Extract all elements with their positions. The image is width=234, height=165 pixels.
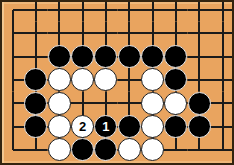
black-stone: 1 — [94, 115, 117, 138]
intersection-1-4[interactable] — [24, 92, 47, 115]
intersection-2-5[interactable] — [48, 115, 71, 138]
intersection-3-1[interactable] — [71, 22, 94, 45]
intersection-1-5[interactable] — [24, 115, 47, 138]
intersection-6-1[interactable] — [141, 22, 164, 45]
intersection-8-0[interactable] — [188, 0, 211, 22]
intersection-9-0[interactable] — [211, 0, 234, 22]
black-stone — [164, 115, 187, 138]
intersection-3-0[interactable] — [71, 0, 94, 22]
black-stone — [141, 45, 164, 68]
intersection-4-2[interactable] — [94, 45, 117, 68]
black-stone — [24, 68, 47, 91]
white-stone — [164, 92, 187, 115]
black-stone — [24, 115, 47, 138]
intersection-0-4[interactable] — [1, 92, 24, 115]
intersection-4-6[interactable] — [94, 138, 117, 161]
intersection-1-0[interactable] — [24, 0, 47, 22]
intersection-7-3[interactable] — [164, 68, 187, 91]
intersection-2-3[interactable] — [48, 68, 71, 91]
white-stone — [48, 68, 71, 91]
intersection-9-2[interactable] — [211, 45, 234, 68]
intersection-5-0[interactable] — [118, 0, 141, 22]
white-stone — [48, 115, 71, 138]
intersection-9-1[interactable] — [211, 22, 234, 45]
intersection-6-3[interactable] — [141, 68, 164, 91]
white-stone — [48, 138, 71, 161]
black-stone — [71, 138, 94, 161]
intersection-7-5[interactable] — [164, 115, 187, 138]
intersection-0-5[interactable] — [1, 115, 24, 138]
intersection-6-0[interactable] — [141, 0, 164, 22]
intersection-3-4[interactable] — [71, 92, 94, 115]
intersection-1-1[interactable] — [24, 22, 47, 45]
intersection-5-5[interactable] — [118, 115, 141, 138]
intersection-3-3[interactable] — [71, 68, 94, 91]
intersection-6-2[interactable] — [141, 45, 164, 68]
black-stone — [188, 115, 211, 138]
intersection-0-0[interactable] — [1, 0, 24, 22]
black-stone — [71, 45, 94, 68]
intersection-6-5[interactable] — [141, 115, 164, 138]
intersection-0-2[interactable] — [1, 45, 24, 68]
intersection-8-5[interactable] — [188, 115, 211, 138]
intersection-5-4[interactable] — [118, 92, 141, 115]
black-stone — [48, 45, 71, 68]
white-stone — [141, 68, 164, 91]
intersection-2-2[interactable] — [48, 45, 71, 68]
black-stone — [164, 45, 187, 68]
intersection-7-0[interactable] — [164, 0, 187, 22]
intersection-1-3[interactable] — [24, 68, 47, 91]
intersection-2-0[interactable] — [48, 0, 71, 22]
intersection-5-2[interactable] — [118, 45, 141, 68]
intersection-5-3[interactable] — [118, 68, 141, 91]
black-stone — [118, 115, 141, 138]
intersection-7-4[interactable] — [164, 92, 187, 115]
intersection-3-5[interactable]: 2 — [71, 115, 94, 138]
intersection-2-1[interactable] — [48, 22, 71, 45]
white-stone — [48, 92, 71, 115]
intersection-0-3[interactable] — [1, 68, 24, 91]
intersection-7-2[interactable] — [164, 45, 187, 68]
intersection-5-1[interactable] — [118, 22, 141, 45]
white-stone — [141, 138, 164, 161]
intersection-9-5[interactable] — [211, 115, 234, 138]
move-number-label: 1 — [102, 120, 109, 133]
intersection-4-4[interactable] — [94, 92, 117, 115]
white-stone — [141, 92, 164, 115]
intersection-3-6[interactable] — [71, 138, 94, 161]
black-stone — [24, 92, 47, 115]
intersection-8-4[interactable] — [188, 92, 211, 115]
intersection-1-2[interactable] — [24, 45, 47, 68]
black-stone — [94, 45, 117, 68]
intersection-4-1[interactable] — [94, 22, 117, 45]
intersection-6-4[interactable] — [141, 92, 164, 115]
intersection-1-6[interactable] — [24, 138, 47, 161]
go-diagram-frame: 21 — [0, 0, 234, 165]
intersection-8-2[interactable] — [188, 45, 211, 68]
black-stone — [94, 138, 117, 161]
intersection-2-6[interactable] — [48, 138, 71, 161]
intersection-6-6[interactable] — [141, 138, 164, 161]
intersection-8-3[interactable] — [188, 68, 211, 91]
intersection-4-3[interactable] — [94, 68, 117, 91]
intersection-4-5[interactable]: 1 — [94, 115, 117, 138]
intersection-8-1[interactable] — [188, 22, 211, 45]
intersection-0-6[interactable] — [1, 138, 24, 161]
white-stone — [71, 68, 94, 91]
white-stone — [141, 115, 164, 138]
intersection-9-3[interactable] — [211, 68, 234, 91]
intersection-7-6[interactable] — [164, 138, 187, 161]
intersection-9-4[interactable] — [211, 92, 234, 115]
intersection-0-1[interactable] — [1, 22, 24, 45]
black-stone — [164, 68, 187, 91]
black-stone — [118, 45, 141, 68]
black-stone — [188, 92, 211, 115]
intersection-9-6[interactable] — [211, 138, 234, 161]
intersection-8-6[interactable] — [188, 138, 211, 161]
white-stone — [118, 138, 141, 161]
move-number-label: 2 — [79, 120, 86, 133]
white-stone: 2 — [71, 115, 94, 138]
intersection-7-1[interactable] — [164, 22, 187, 45]
intersection-2-4[interactable] — [48, 92, 71, 115]
intersection-4-0[interactable] — [94, 0, 117, 22]
intersection-3-2[interactable] — [71, 45, 94, 68]
go-board: 21 — [1, 0, 234, 162]
white-stone — [94, 68, 117, 91]
intersection-5-6[interactable] — [118, 138, 141, 161]
